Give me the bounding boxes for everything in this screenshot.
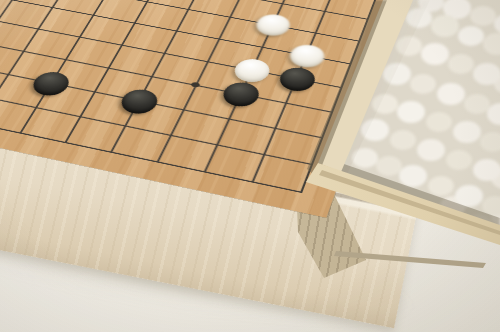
white-stone[interactable] bbox=[286, 42, 328, 70]
black-stone[interactable] bbox=[219, 80, 263, 109]
black-stone[interactable] bbox=[116, 87, 162, 117]
white-stone[interactable] bbox=[231, 57, 274, 85]
black-stone[interactable] bbox=[275, 65, 318, 94]
black-stone[interactable] bbox=[28, 69, 74, 98]
white-stone[interactable] bbox=[252, 12, 293, 38]
go-photo-scene bbox=[0, 0, 500, 332]
